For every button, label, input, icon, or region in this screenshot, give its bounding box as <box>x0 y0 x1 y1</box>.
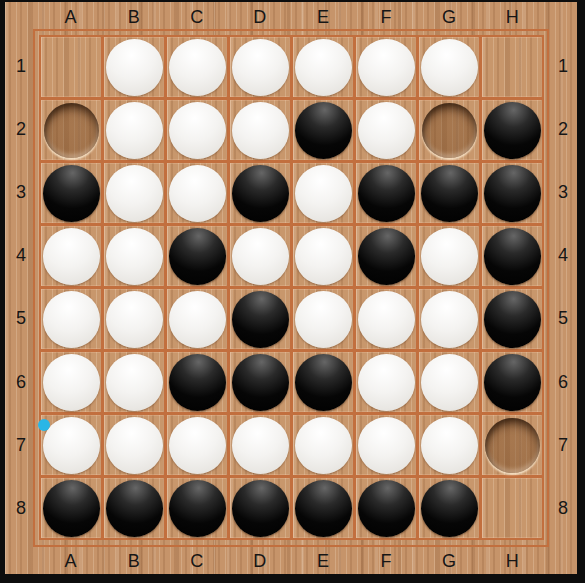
cell-B8[interactable] <box>104 478 164 538</box>
white-disc-B7 <box>106 417 163 474</box>
white-disc-D7 <box>232 417 289 474</box>
black-disc-H4 <box>484 228 541 285</box>
cell-F1[interactable] <box>356 37 416 97</box>
black-disc-C4 <box>169 228 226 285</box>
coordinate-label-B: B <box>102 548 165 574</box>
cell-C8[interactable] <box>167 478 227 538</box>
white-disc-G1 <box>421 39 478 96</box>
cell-D8[interactable] <box>230 478 290 538</box>
cell-D6[interactable] <box>230 352 290 412</box>
cell-D3[interactable] <box>230 163 290 223</box>
coordinate-label-E: E <box>291 548 354 574</box>
cell-D7[interactable] <box>230 415 290 475</box>
white-disc-D1 <box>232 39 289 96</box>
cell-G5[interactable] <box>419 289 479 349</box>
cell-F6[interactable] <box>356 352 416 412</box>
cell-F3[interactable] <box>356 163 416 223</box>
coordinate-label-C: C <box>165 4 228 30</box>
cell-H6[interactable] <box>482 352 542 412</box>
legal-move-hint-disc-A2[interactable] <box>44 103 99 158</box>
cell-G6[interactable] <box>419 352 479 412</box>
black-disc-F8 <box>358 480 415 537</box>
cell-C4[interactable] <box>167 226 227 286</box>
black-disc-C8 <box>169 480 226 537</box>
white-disc-B2 <box>106 102 163 159</box>
coordinate-label-6: 6 <box>550 350 576 413</box>
black-disc-A3 <box>43 165 100 222</box>
board-background: ABCDEFGH ABCDEFGH 12345678 12345678 <box>5 2 577 574</box>
coordinate-label-6: 6 <box>8 350 34 413</box>
coordinate-label-1: 1 <box>550 35 576 98</box>
white-disc-E5 <box>295 291 352 348</box>
cell-G2[interactable] <box>419 100 479 160</box>
coordinate-label-8: 8 <box>550 477 576 540</box>
cell-E8[interactable] <box>293 478 353 538</box>
legal-move-hint-disc-H7[interactable] <box>485 418 540 473</box>
coordinate-label-3: 3 <box>550 161 576 224</box>
white-disc-E7 <box>295 417 352 474</box>
coordinate-label-F: F <box>354 548 417 574</box>
white-disc-C5 <box>169 291 226 348</box>
black-disc-D3 <box>232 165 289 222</box>
cell-B3[interactable] <box>104 163 164 223</box>
coordinate-label-4: 4 <box>550 224 576 287</box>
cell-E7[interactable] <box>293 415 353 475</box>
black-disc-E8 <box>295 480 352 537</box>
white-disc-D2 <box>232 102 289 159</box>
cell-E6[interactable] <box>293 352 353 412</box>
coordinate-label-F: F <box>354 4 417 30</box>
cell-A6[interactable] <box>41 352 101 412</box>
cell-H1[interactable] <box>482 37 542 97</box>
last-move-marker <box>38 419 50 431</box>
black-disc-F4 <box>358 228 415 285</box>
coordinate-label-G: G <box>418 4 481 30</box>
cell-D5[interactable] <box>230 289 290 349</box>
black-disc-E2 <box>295 102 352 159</box>
cell-D4[interactable] <box>230 226 290 286</box>
cell-G3[interactable] <box>419 163 479 223</box>
coordinate-label-B: B <box>102 4 165 30</box>
board-grid <box>39 35 544 540</box>
white-disc-G4 <box>421 228 478 285</box>
white-disc-C2 <box>169 102 226 159</box>
white-disc-A6 <box>43 354 100 411</box>
white-disc-F5 <box>358 291 415 348</box>
cell-H4[interactable] <box>482 226 542 286</box>
white-disc-B6 <box>106 354 163 411</box>
white-disc-C3 <box>169 165 226 222</box>
cell-A4[interactable] <box>41 226 101 286</box>
black-disc-G8 <box>421 480 478 537</box>
cell-F5[interactable] <box>356 289 416 349</box>
coordinate-label-2: 2 <box>8 98 34 161</box>
black-disc-H5 <box>484 291 541 348</box>
coordinate-label-D: D <box>228 4 291 30</box>
cell-B5[interactable] <box>104 289 164 349</box>
cell-H8[interactable] <box>482 478 542 538</box>
white-disc-C1 <box>169 39 226 96</box>
white-disc-B3 <box>106 165 163 222</box>
black-disc-H3 <box>484 165 541 222</box>
cell-G8[interactable] <box>419 478 479 538</box>
black-disc-H6 <box>484 354 541 411</box>
coordinate-label-8: 8 <box>8 477 34 540</box>
cell-D2[interactable] <box>230 100 290 160</box>
white-disc-B5 <box>106 291 163 348</box>
cell-G1[interactable] <box>419 37 479 97</box>
coordinate-label-H: H <box>481 4 544 30</box>
black-disc-D6 <box>232 354 289 411</box>
cell-G7[interactable] <box>419 415 479 475</box>
column-labels-bottom: ABCDEFGH <box>39 548 544 574</box>
coordinate-label-E: E <box>291 4 354 30</box>
coordinate-label-D: D <box>228 548 291 574</box>
black-disc-D5 <box>232 291 289 348</box>
black-disc-B8 <box>106 480 163 537</box>
cell-F2[interactable] <box>356 100 416 160</box>
white-disc-F7 <box>358 417 415 474</box>
cell-E4[interactable] <box>293 226 353 286</box>
cell-C5[interactable] <box>167 289 227 349</box>
coordinate-label-A: A <box>39 548 102 574</box>
white-disc-B4 <box>106 228 163 285</box>
cell-B4[interactable] <box>104 226 164 286</box>
cell-F7[interactable] <box>356 415 416 475</box>
black-disc-G3 <box>421 165 478 222</box>
cell-B2[interactable] <box>104 100 164 160</box>
cell-F4[interactable] <box>356 226 416 286</box>
cell-B7[interactable] <box>104 415 164 475</box>
cell-F8[interactable] <box>356 478 416 538</box>
coordinate-label-H: H <box>481 548 544 574</box>
cell-A5[interactable] <box>41 289 101 349</box>
coordinate-label-G: G <box>418 548 481 574</box>
coordinate-label-5: 5 <box>550 287 576 350</box>
cell-A8[interactable] <box>41 478 101 538</box>
cell-A3[interactable] <box>41 163 101 223</box>
cell-B6[interactable] <box>104 352 164 412</box>
white-disc-F1 <box>358 39 415 96</box>
row-labels-left: 12345678 <box>8 35 34 540</box>
cell-C6[interactable] <box>167 352 227 412</box>
white-disc-A4 <box>43 228 100 285</box>
cell-A7[interactable] <box>41 415 101 475</box>
cell-E2[interactable] <box>293 100 353 160</box>
cell-E5[interactable] <box>293 289 353 349</box>
coordinate-label-4: 4 <box>8 224 34 287</box>
white-disc-G6 <box>421 354 478 411</box>
cell-G4[interactable] <box>419 226 479 286</box>
cell-B1[interactable] <box>104 37 164 97</box>
black-disc-D8 <box>232 480 289 537</box>
column-labels-top: ABCDEFGH <box>39 4 544 30</box>
white-disc-F2 <box>358 102 415 159</box>
white-disc-E4 <box>295 228 352 285</box>
white-disc-C7 <box>169 417 226 474</box>
cell-H3[interactable] <box>482 163 542 223</box>
black-disc-C6 <box>169 354 226 411</box>
coordinate-label-7: 7 <box>8 414 34 477</box>
coordinate-label-A: A <box>39 4 102 30</box>
coordinate-label-3: 3 <box>8 161 34 224</box>
cell-C2[interactable] <box>167 100 227 160</box>
coordinate-label-1: 1 <box>8 35 34 98</box>
black-disc-F3 <box>358 165 415 222</box>
coordinate-label-7: 7 <box>550 414 576 477</box>
white-disc-D4 <box>232 228 289 285</box>
row-labels-right: 12345678 <box>550 35 576 540</box>
white-disc-A5 <box>43 291 100 348</box>
white-disc-G5 <box>421 291 478 348</box>
black-disc-E6 <box>295 354 352 411</box>
white-disc-B1 <box>106 39 163 96</box>
white-disc-E1 <box>295 39 352 96</box>
black-disc-A8 <box>43 480 100 537</box>
white-disc-E3 <box>295 165 352 222</box>
coordinate-label-C: C <box>165 548 228 574</box>
cell-E1[interactable] <box>293 37 353 97</box>
cell-H5[interactable] <box>482 289 542 349</box>
cell-E3[interactable] <box>293 163 353 223</box>
cell-A2[interactable] <box>41 100 101 160</box>
cell-C7[interactable] <box>167 415 227 475</box>
cell-C1[interactable] <box>167 37 227 97</box>
cell-H7[interactable] <box>482 415 542 475</box>
cell-H2[interactable] <box>482 100 542 160</box>
white-disc-A7 <box>43 417 100 474</box>
cell-A1[interactable] <box>41 37 101 97</box>
black-disc-H2 <box>484 102 541 159</box>
othello-app-window: ABCDEFGH ABCDEFGH 12345678 12345678 <box>0 0 585 583</box>
white-disc-F6 <box>358 354 415 411</box>
coordinate-label-5: 5 <box>8 287 34 350</box>
coordinate-label-2: 2 <box>550 98 576 161</box>
legal-move-hint-disc-G2[interactable] <box>422 103 477 158</box>
cell-C3[interactable] <box>167 163 227 223</box>
white-disc-G7 <box>421 417 478 474</box>
cell-D1[interactable] <box>230 37 290 97</box>
